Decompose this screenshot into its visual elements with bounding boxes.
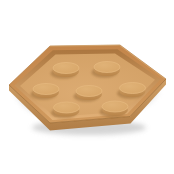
stud-top [120,83,146,94]
product-photo [0,0,174,174]
stud-top [76,86,102,97]
stud-top [33,84,59,95]
stud-top [54,102,80,113]
hexagonal-plate-illustration [0,0,174,174]
stud-top [102,101,128,112]
stud-top [53,63,79,74]
stud-top [94,62,120,73]
